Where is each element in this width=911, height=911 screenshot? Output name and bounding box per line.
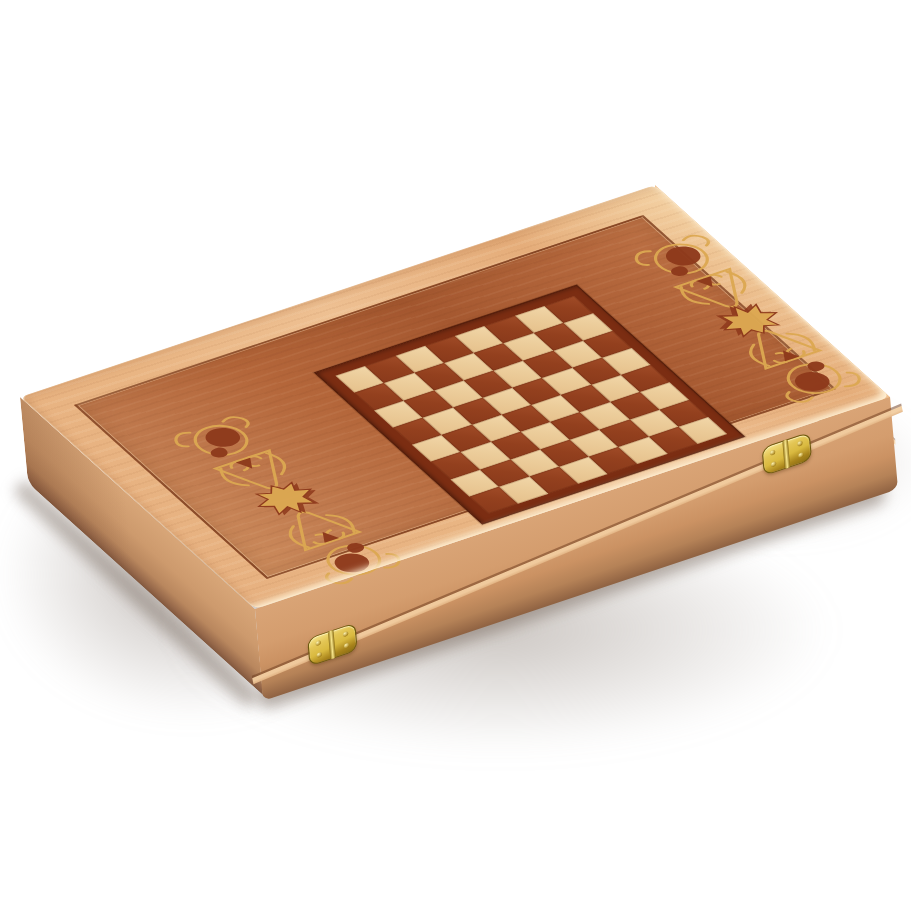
hinge-screw [315,640,321,647]
hinge-knuckle [328,630,336,660]
hinge-screw [344,642,350,649]
hinge-screw [770,449,776,456]
hinge-left [307,622,358,666]
hinge-screw [771,461,777,468]
hinge-knuckle [782,439,790,469]
hinge-screw [316,651,322,658]
hinge-screw [798,452,804,459]
hinge-screw [343,631,349,638]
hinge-right [761,432,812,476]
product-photo [0,0,911,911]
hinge-screw [797,440,803,447]
